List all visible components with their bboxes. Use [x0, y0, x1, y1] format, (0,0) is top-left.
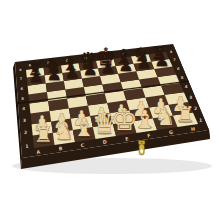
- white-bishop-glyph: ♝: [134, 105, 156, 134]
- black-pawn-glyph: ♟: [29, 66, 44, 86]
- white-knight-glyph: ♞: [53, 117, 74, 145]
- product-photo: AABBCCDDEEFFGGHH1122334455667788♜♞♝♛♚♝♞♜…: [0, 0, 220, 200]
- piece-e7: ♟: [100, 57, 115, 77]
- clasp-screw: [141, 142, 142, 143]
- clasp-hole: [140, 149, 143, 153]
- rank-label-left-4: 4: [22, 106, 25, 111]
- piece-g1: ♞: [154, 103, 175, 131]
- white-rook-glyph: ♜: [176, 102, 195, 127]
- black-pawn-glyph: ♟: [154, 50, 169, 70]
- black-pawn-glyph: ♟: [100, 57, 115, 77]
- rank-label-right-3: 3: [189, 95, 192, 100]
- black-pawn-glyph: ♟: [136, 52, 151, 72]
- piece-c7: ♟: [64, 62, 79, 82]
- rank-label-left-2: 2: [24, 130, 27, 135]
- rank-label-right-5: 5: [181, 75, 184, 80]
- black-pawn-glyph: ♟: [118, 55, 133, 75]
- piece-b7: ♟: [47, 64, 62, 84]
- rank-label-left-5: 5: [21, 96, 24, 101]
- piece-g7: ♟: [136, 52, 151, 72]
- brass-clasp-latch: [138, 141, 144, 156]
- rank-label-right-1: 1: [199, 118, 202, 123]
- rank-label-right-4: 4: [185, 84, 188, 89]
- piece-f7: ♟: [118, 55, 133, 75]
- black-pawn-glyph: ♟: [82, 59, 97, 79]
- piece-d7: ♟: [82, 59, 97, 79]
- white-knight-glyph: ♞: [154, 103, 175, 131]
- rank-label-left-3: 3: [23, 118, 26, 123]
- rank-label-left-1: 1: [25, 144, 28, 149]
- piece-a7: ♟: [29, 66, 44, 86]
- chessboard-svg: AABBCCDDEEFFGGHH1122334455667788♜♞♝♛♚♝♞♜…: [0, 0, 220, 200]
- piece-a1: ♜: [34, 122, 53, 147]
- black-pawn-glyph: ♟: [64, 62, 79, 82]
- piece-b1: ♞: [53, 117, 74, 145]
- black-pawn-glyph: ♟: [47, 64, 62, 84]
- file-label-front-F: F: [147, 133, 151, 138]
- white-rook-glyph: ♜: [34, 122, 53, 147]
- rank-label-left-6: 6: [21, 87, 24, 91]
- piece-f1: ♝: [134, 105, 156, 134]
- piece-h1: ♜: [176, 102, 195, 127]
- piece-h7: ♟: [154, 50, 169, 70]
- file-label-front-H: H: [191, 126, 196, 132]
